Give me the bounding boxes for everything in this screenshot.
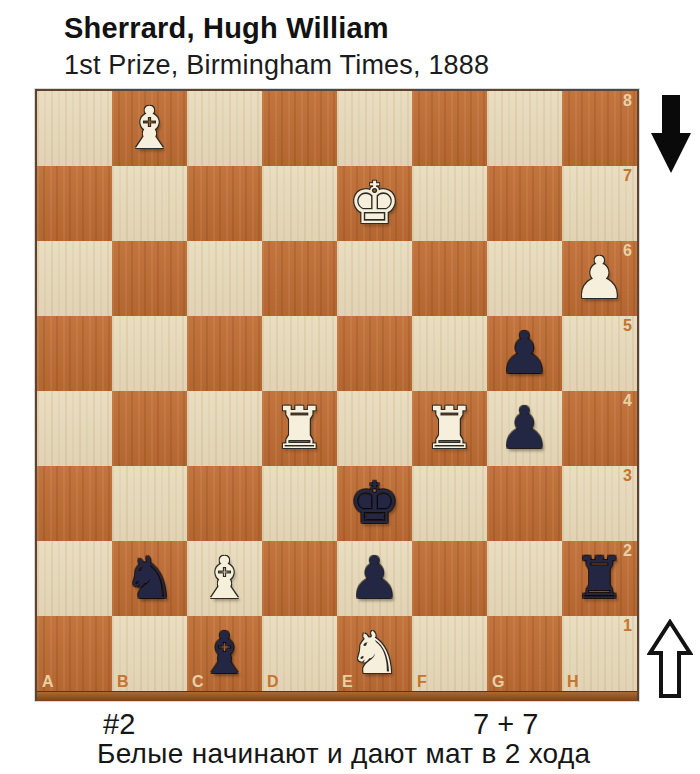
rank-label-2: 2	[623, 542, 632, 560]
black-to-move-down-arrow-icon	[649, 95, 693, 179]
source-line: 1st Prize, Birmingham Times, 1888	[64, 50, 489, 81]
square-h8[interactable]: 8	[562, 91, 637, 166]
square-a8[interactable]	[37, 91, 112, 166]
composer-name: Sherrard, Hugh William	[64, 12, 489, 45]
square-f6[interactable]	[412, 241, 487, 316]
square-e7[interactable]: ♚	[337, 166, 412, 241]
square-a5[interactable]	[37, 316, 112, 391]
square-c4[interactable]	[187, 391, 262, 466]
white-bishop: ♝	[124, 91, 176, 166]
square-e2[interactable]: ♟	[337, 541, 412, 616]
square-b8[interactable]: ♝	[112, 91, 187, 166]
square-g6[interactable]	[487, 241, 562, 316]
rank-label-3: 3	[623, 467, 632, 485]
board-frame-edge	[37, 691, 637, 701]
square-d2[interactable]	[262, 541, 337, 616]
square-a2[interactable]	[37, 541, 112, 616]
square-a4[interactable]	[37, 391, 112, 466]
black-pawn: ♟	[499, 391, 551, 466]
file-label-g: G	[492, 673, 504, 691]
square-c3[interactable]	[187, 466, 262, 541]
square-b5[interactable]	[112, 316, 187, 391]
square-c2[interactable]: ♝	[187, 541, 262, 616]
square-e6[interactable]	[337, 241, 412, 316]
file-label-d: D	[267, 673, 279, 691]
square-h5[interactable]: 5	[562, 316, 637, 391]
square-g7[interactable]	[487, 166, 562, 241]
white-rook: ♜	[274, 391, 326, 466]
square-g8[interactable]	[487, 91, 562, 166]
black-rook: ♜	[574, 541, 626, 616]
square-b6[interactable]	[112, 241, 187, 316]
square-b1[interactable]: B	[112, 616, 187, 691]
file-label-f: F	[417, 673, 427, 691]
square-g2[interactable]	[487, 541, 562, 616]
stipulation-label: #2	[103, 708, 135, 741]
square-b4[interactable]	[112, 391, 187, 466]
square-b3[interactable]	[112, 466, 187, 541]
white-king: ♚	[349, 166, 401, 241]
black-knight: ♞	[124, 541, 176, 616]
rank-label-4: 4	[623, 392, 632, 410]
chess-board-grid: ♝8♚7♟6♟5♜♜♟4♚3♞♝♟♜2AB♝CD♞EFG1H	[37, 91, 637, 691]
instruction-text: Белые начинают и дают мат в 2 хода	[97, 738, 590, 770]
square-b7[interactable]	[112, 166, 187, 241]
square-g4[interactable]: ♟	[487, 391, 562, 466]
black-king: ♚	[349, 466, 401, 541]
square-d1[interactable]: D	[262, 616, 337, 691]
square-g3[interactable]	[487, 466, 562, 541]
square-f5[interactable]	[412, 316, 487, 391]
file-label-h: H	[567, 673, 579, 691]
square-a1[interactable]: A	[37, 616, 112, 691]
white-pawn: ♟	[574, 241, 626, 316]
square-c5[interactable]	[187, 316, 262, 391]
rank-label-1: 1	[623, 617, 632, 635]
rank-label-6: 6	[623, 242, 632, 260]
black-pawn: ♟	[349, 541, 401, 616]
square-g1[interactable]: G	[487, 616, 562, 691]
black-bishop: ♝	[199, 616, 251, 691]
square-c6[interactable]	[187, 241, 262, 316]
square-h4[interactable]: 4	[562, 391, 637, 466]
file-label-c: C	[192, 673, 204, 691]
square-f7[interactable]	[412, 166, 487, 241]
square-c7[interactable]	[187, 166, 262, 241]
material-count-label: 7 + 7	[473, 708, 538, 741]
square-a7[interactable]	[37, 166, 112, 241]
square-h1[interactable]: 1H	[562, 616, 637, 691]
square-f2[interactable]	[412, 541, 487, 616]
square-c1[interactable]: ♝C	[187, 616, 262, 691]
square-f4[interactable]: ♜	[412, 391, 487, 466]
square-d6[interactable]	[262, 241, 337, 316]
square-d5[interactable]	[262, 316, 337, 391]
square-b2[interactable]: ♞	[112, 541, 187, 616]
square-e5[interactable]	[337, 316, 412, 391]
square-e8[interactable]	[337, 91, 412, 166]
square-f3[interactable]	[412, 466, 487, 541]
black-pawn: ♟	[499, 316, 551, 391]
white-bishop: ♝	[199, 541, 251, 616]
square-e1[interactable]: ♞E	[337, 616, 412, 691]
square-a3[interactable]	[37, 466, 112, 541]
square-d7[interactable]	[262, 166, 337, 241]
white-rook: ♜	[424, 391, 476, 466]
square-d4[interactable]: ♜	[262, 391, 337, 466]
white-knight: ♞	[349, 616, 401, 691]
chess-board: ♝8♚7♟6♟5♜♜♟4♚3♞♝♟♜2AB♝CD♞EFG1H	[35, 89, 639, 701]
square-d3[interactable]	[262, 466, 337, 541]
square-d8[interactable]	[262, 91, 337, 166]
white-to-move-up-arrow-icon	[647, 619, 693, 703]
file-label-b: B	[117, 673, 129, 691]
file-label-a: A	[42, 673, 54, 691]
diagram-header: Sherrard, Hugh William 1st Prize, Birmin…	[64, 12, 489, 81]
square-f8[interactable]	[412, 91, 487, 166]
file-label-e: E	[342, 673, 353, 691]
square-c8[interactable]	[187, 91, 262, 166]
square-e4[interactable]	[337, 391, 412, 466]
rank-label-5: 5	[623, 317, 632, 335]
square-h7[interactable]: 7	[562, 166, 637, 241]
rank-label-7: 7	[623, 167, 632, 185]
square-a6[interactable]	[37, 241, 112, 316]
rank-label-8: 8	[623, 92, 632, 110]
square-f1[interactable]: F	[412, 616, 487, 691]
square-h2[interactable]: ♜2	[562, 541, 637, 616]
square-h6[interactable]: ♟6	[562, 241, 637, 316]
square-g5[interactable]: ♟	[487, 316, 562, 391]
square-e3[interactable]: ♚	[337, 466, 412, 541]
square-h3[interactable]: 3	[562, 466, 637, 541]
